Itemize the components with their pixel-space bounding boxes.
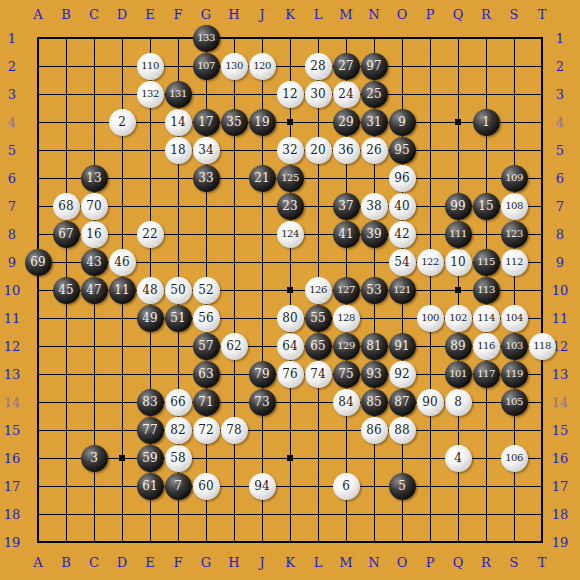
stone-white-16-C8[interactable]: 16 — [81, 221, 108, 248]
move-number: 76 — [282, 368, 297, 380]
move-number: 90 — [422, 396, 437, 408]
move-number: 75 — [338, 368, 353, 380]
stone-black-81-N12[interactable]: 81 — [361, 333, 388, 360]
stone-black-87-O14[interactable]: 87 — [389, 389, 416, 416]
move-number: 63 — [198, 368, 213, 380]
stone-white-56-G11[interactable]: 56 — [193, 305, 220, 332]
star-point-K4 — [287, 119, 294, 126]
stone-black-101-Q13[interactable]: 101 — [445, 361, 472, 388]
stone-white-12-K3[interactable]: 12 — [277, 81, 304, 108]
stone-black-21-J6[interactable]: 21 — [249, 165, 276, 192]
move-number: 33 — [198, 172, 213, 184]
stone-black-125-K6[interactable]: 125 — [277, 165, 304, 192]
row-label-10: 10 — [1, 276, 23, 304]
move-number: 14 — [170, 116, 185, 128]
move-number: 113 — [477, 285, 495, 295]
stone-white-96-O6[interactable]: 96 — [389, 165, 416, 192]
star-point-D16 — [119, 455, 126, 462]
col-label-Q: Q — [444, 4, 472, 24]
move-number: 22 — [142, 228, 157, 240]
move-number: 114 — [477, 313, 495, 323]
go-board-diagram: ABCDEFGHJKLMNOPQRST ABCDEFGHJKLMNOPQRST … — [0, 0, 580, 580]
stone-white-80-K11[interactable]: 80 — [277, 305, 304, 332]
move-number: 48 — [142, 284, 157, 296]
move-number: 41 — [338, 228, 353, 240]
move-number: 25 — [366, 88, 381, 100]
move-number: 55 — [310, 312, 325, 324]
stone-black-83-E14[interactable]: 83 — [137, 389, 164, 416]
stone-black-129-M12[interactable]: 129 — [333, 333, 360, 360]
move-number: 62 — [226, 340, 241, 352]
move-number: 27 — [338, 60, 353, 72]
move-number: 96 — [394, 172, 409, 184]
stone-black-61-E17[interactable]: 61 — [137, 473, 164, 500]
stone-black-59-E16[interactable]: 59 — [137, 445, 164, 472]
stone-white-100-P11[interactable]: 100 — [417, 305, 444, 332]
col-label-O: O — [388, 4, 416, 24]
move-number: 11 — [114, 284, 129, 296]
move-number: 52 — [198, 284, 213, 296]
row-label-12: 12 — [1, 332, 23, 360]
stone-black-131-F3[interactable]: 131 — [165, 81, 192, 108]
move-number: 38 — [366, 200, 381, 212]
stone-black-43-C9[interactable]: 43 — [81, 249, 108, 276]
move-number: 101 — [449, 369, 467, 379]
move-number: 16 — [86, 228, 101, 240]
move-number: 66 — [170, 396, 185, 408]
move-number: 10 — [450, 256, 465, 268]
stone-black-13-C6[interactable]: 13 — [81, 165, 108, 192]
stone-black-41-M8[interactable]: 41 — [333, 221, 360, 248]
move-number: 8 — [454, 396, 462, 408]
stone-black-29-M4[interactable]: 29 — [333, 109, 360, 136]
stone-black-99-Q7[interactable]: 99 — [445, 193, 472, 220]
stone-black-49-E11[interactable]: 49 — [137, 305, 164, 332]
move-number: 117 — [477, 369, 495, 379]
stone-white-126-L10[interactable]: 126 — [305, 277, 332, 304]
row-label-19: 19 — [1, 528, 23, 556]
stone-black-95-O5[interactable]: 95 — [389, 137, 416, 164]
move-number: 23 — [282, 200, 297, 212]
move-number: 21 — [254, 172, 269, 184]
move-number: 13 — [86, 172, 101, 184]
stone-black-53-N10[interactable]: 53 — [361, 277, 388, 304]
move-number: 104 — [505, 313, 523, 323]
row-label-1: 1 — [1, 24, 23, 52]
move-number: 86 — [366, 424, 381, 436]
row-label-14: 14 — [1, 388, 23, 416]
star-point-Q4 — [455, 119, 462, 126]
move-number: 131 — [169, 89, 187, 99]
move-number: 72 — [198, 424, 213, 436]
stone-black-65-L12[interactable]: 65 — [305, 333, 332, 360]
stone-black-109-S6[interactable]: 109 — [501, 165, 528, 192]
stone-white-130-H2[interactable]: 130 — [221, 53, 248, 80]
move-number: 95 — [394, 144, 409, 156]
move-number: 18 — [170, 144, 185, 156]
stone-black-121-O10[interactable]: 121 — [389, 277, 416, 304]
star-point-Q10 — [455, 287, 462, 294]
stone-white-30-L3[interactable]: 30 — [305, 81, 332, 108]
stone-black-113-R10[interactable]: 113 — [473, 277, 500, 304]
stone-white-42-O8[interactable]: 42 — [389, 221, 416, 248]
move-number: 118 — [533, 341, 551, 351]
move-number: 132 — [141, 89, 159, 99]
stone-white-84-M14[interactable]: 84 — [333, 389, 360, 416]
stone-white-72-G15[interactable]: 72 — [193, 417, 220, 444]
move-number: 129 — [337, 341, 355, 351]
stone-white-28-L2[interactable]: 28 — [305, 53, 332, 80]
stone-white-106-S16[interactable]: 106 — [501, 445, 528, 472]
move-number: 5 — [398, 480, 406, 492]
stone-white-34-G5[interactable]: 34 — [193, 137, 220, 164]
row-labels-left: 12345678910111213141516171819 — [1, 24, 23, 556]
move-number: 79 — [254, 368, 269, 380]
stone-white-66-F14[interactable]: 66 — [165, 389, 192, 416]
row-label-13: 13 — [1, 360, 23, 388]
col-label-H: H — [220, 4, 248, 24]
stone-black-97-N2[interactable]: 97 — [361, 53, 388, 80]
move-number: 6 — [342, 480, 350, 492]
stone-black-1-R4[interactable]: 1 — [473, 109, 500, 136]
move-number: 70 — [86, 200, 101, 212]
col-label-C: C — [80, 4, 108, 24]
move-number: 110 — [141, 61, 159, 71]
move-number: 1 — [482, 116, 490, 128]
stone-black-23-K7[interactable]: 23 — [277, 193, 304, 220]
row-label-16: 16 — [1, 444, 23, 472]
move-number: 125 — [281, 173, 299, 183]
move-number: 40 — [394, 200, 409, 212]
stone-black-55-L11[interactable]: 55 — [305, 305, 332, 332]
stone-white-20-L5[interactable]: 20 — [305, 137, 332, 164]
col-label-K: K — [276, 4, 304, 24]
column-labels-top: ABCDEFGHJKLMNOPQRST — [24, 4, 556, 24]
move-number: 128 — [337, 313, 355, 323]
move-number: 124 — [281, 229, 299, 239]
stone-white-4-Q16[interactable]: 4 — [445, 445, 472, 472]
stone-white-116-R12[interactable]: 116 — [473, 333, 500, 360]
move-number: 68 — [58, 200, 73, 212]
stone-black-39-N8[interactable]: 39 — [361, 221, 388, 248]
move-number: 47 — [86, 284, 101, 296]
stone-black-17-G4[interactable]: 17 — [193, 109, 220, 136]
stone-white-32-K5[interactable]: 32 — [277, 137, 304, 164]
stone-white-58-F16[interactable]: 58 — [165, 445, 192, 472]
move-number: 120 — [253, 61, 271, 71]
stone-black-91-O12[interactable]: 91 — [389, 333, 416, 360]
stone-black-31-N4[interactable]: 31 — [361, 109, 388, 136]
move-number: 28 — [310, 60, 325, 72]
move-number: 80 — [282, 312, 297, 324]
stone-white-122-P9[interactable]: 122 — [417, 249, 444, 276]
row-label-3: 3 — [1, 80, 23, 108]
stone-white-64-K12[interactable]: 64 — [277, 333, 304, 360]
move-number: 119 — [505, 369, 523, 379]
move-number: 116 — [477, 341, 495, 351]
stone-black-123-S8[interactable]: 123 — [501, 221, 528, 248]
stone-black-45-B10[interactable]: 45 — [53, 277, 80, 304]
stone-black-11-D10[interactable]: 11 — [109, 277, 136, 304]
move-number: 4 — [454, 452, 462, 464]
stone-black-107-G2[interactable]: 107 — [193, 53, 220, 80]
move-number: 56 — [198, 312, 213, 324]
stone-black-5-O17[interactable]: 5 — [389, 473, 416, 500]
move-number: 77 — [142, 424, 157, 436]
col-label-J: J — [248, 4, 276, 24]
move-number: 24 — [338, 88, 353, 100]
stone-white-8-Q14[interactable]: 8 — [445, 389, 472, 416]
move-number: 99 — [450, 200, 465, 212]
stone-black-111-Q8[interactable]: 111 — [445, 221, 472, 248]
stone-white-132-E3[interactable]: 132 — [137, 81, 164, 108]
move-number: 97 — [366, 60, 381, 72]
stone-black-69-A9[interactable]: 69 — [25, 249, 52, 276]
col-label-D: D — [108, 4, 136, 24]
move-number: 73 — [254, 396, 269, 408]
stone-black-103-S12[interactable]: 103 — [501, 333, 528, 360]
move-number: 111 — [449, 229, 467, 239]
stone-white-26-N5[interactable]: 26 — [361, 137, 388, 164]
move-number: 32 — [282, 144, 297, 156]
move-number: 3 — [90, 452, 98, 464]
move-number: 57 — [198, 340, 213, 352]
move-number: 58 — [170, 452, 185, 464]
row-label-8: 8 — [1, 220, 23, 248]
move-number: 115 — [477, 257, 495, 267]
move-number: 88 — [394, 424, 409, 436]
stone-white-94-J17[interactable]: 94 — [249, 473, 276, 500]
move-number: 19 — [254, 116, 269, 128]
stone-black-77-E15[interactable]: 77 — [137, 417, 164, 444]
move-number: 92 — [394, 368, 409, 380]
stone-white-102-Q11[interactable]: 102 — [445, 305, 472, 332]
stone-white-114-R11[interactable]: 114 — [473, 305, 500, 332]
move-number: 60 — [198, 480, 213, 492]
stone-white-38-N7[interactable]: 38 — [361, 193, 388, 220]
move-number: 9 — [398, 116, 406, 128]
move-number: 17 — [198, 116, 213, 128]
stone-white-14-F4[interactable]: 14 — [165, 109, 192, 136]
move-number: 130 — [225, 61, 243, 71]
stone-white-68-B7[interactable]: 68 — [53, 193, 80, 220]
stone-black-15-R7[interactable]: 15 — [473, 193, 500, 220]
move-number: 108 — [505, 201, 523, 211]
move-number: 7 — [174, 480, 182, 492]
stone-white-120-J2[interactable]: 120 — [249, 53, 276, 80]
stone-black-79-J13[interactable]: 79 — [249, 361, 276, 388]
col-label-L: L — [304, 4, 332, 24]
move-number: 85 — [366, 396, 381, 408]
stone-white-128-M11[interactable]: 128 — [333, 305, 360, 332]
move-number: 87 — [394, 396, 409, 408]
row-label-9: 9 — [1, 248, 23, 276]
move-number: 126 — [309, 285, 327, 295]
stone-black-33-G6[interactable]: 33 — [193, 165, 220, 192]
move-number: 133 — [197, 33, 215, 43]
stone-white-10-Q9[interactable]: 10 — [445, 249, 472, 276]
stone-black-25-N3[interactable]: 25 — [361, 81, 388, 108]
move-number: 36 — [338, 144, 353, 156]
stone-white-86-N15[interactable]: 86 — [361, 417, 388, 444]
move-number: 2 — [118, 116, 126, 128]
stone-white-78-H15[interactable]: 78 — [221, 417, 248, 444]
stone-white-24-M3[interactable]: 24 — [333, 81, 360, 108]
move-number: 61 — [142, 480, 157, 492]
move-number: 51 — [170, 312, 185, 324]
move-number: 103 — [505, 341, 523, 351]
stone-black-7-F17[interactable]: 7 — [165, 473, 192, 500]
move-number: 122 — [421, 257, 439, 267]
move-number: 78 — [226, 424, 241, 436]
move-number: 30 — [310, 88, 325, 100]
row-label-7: 7 — [1, 192, 23, 220]
move-number: 67 — [58, 228, 73, 240]
move-number: 109 — [505, 173, 523, 183]
move-number: 31 — [366, 116, 381, 128]
move-number: 34 — [198, 144, 213, 156]
stone-white-40-O7[interactable]: 40 — [389, 193, 416, 220]
stone-white-110-E2[interactable]: 110 — [137, 53, 164, 80]
stone-black-71-G14[interactable]: 71 — [193, 389, 220, 416]
move-number: 82 — [170, 424, 185, 436]
star-point-K16 — [287, 455, 294, 462]
move-number: 105 — [505, 397, 523, 407]
move-number: 89 — [450, 340, 465, 352]
stone-white-124-K8[interactable]: 124 — [277, 221, 304, 248]
move-number: 42 — [394, 228, 409, 240]
move-number: 49 — [142, 312, 157, 324]
stone-black-75-M13[interactable]: 75 — [333, 361, 360, 388]
move-number: 65 — [310, 340, 325, 352]
col-label-P: P — [416, 4, 444, 24]
row-label-11: 11 — [1, 304, 23, 332]
move-number: 112 — [505, 257, 523, 267]
stone-black-19-J4[interactable]: 19 — [249, 109, 276, 136]
stone-black-37-M7[interactable]: 37 — [333, 193, 360, 220]
stone-white-18-F5[interactable]: 18 — [165, 137, 192, 164]
move-number: 69 — [30, 256, 45, 268]
stone-black-85-N14[interactable]: 85 — [361, 389, 388, 416]
stone-black-115-R9[interactable]: 115 — [473, 249, 500, 276]
row-label-2: 2 — [1, 52, 23, 80]
stone-white-50-F10[interactable]: 50 — [165, 277, 192, 304]
move-number: 35 — [226, 116, 241, 128]
stone-white-74-L13[interactable]: 74 — [305, 361, 332, 388]
col-label-R: R — [472, 4, 500, 24]
move-number: 123 — [505, 229, 523, 239]
col-label-F: F — [164, 4, 192, 24]
stone-white-22-E8[interactable]: 22 — [137, 221, 164, 248]
goban[interactable]: 1234567891011121314151617181920212223242… — [24, 24, 556, 556]
stone-white-92-O13[interactable]: 92 — [389, 361, 416, 388]
col-label-N: N — [360, 4, 388, 24]
row-label-15: 15 — [1, 416, 23, 444]
stone-black-27-M2[interactable]: 27 — [333, 53, 360, 80]
move-number: 83 — [142, 396, 157, 408]
stone-white-90-P14[interactable]: 90 — [417, 389, 444, 416]
stone-black-47-C10[interactable]: 47 — [81, 277, 108, 304]
move-number: 53 — [366, 284, 381, 296]
stone-black-89-Q12[interactable]: 89 — [445, 333, 472, 360]
move-number: 106 — [505, 453, 523, 463]
stone-white-48-E10[interactable]: 48 — [137, 277, 164, 304]
stone-black-67-B8[interactable]: 67 — [53, 221, 80, 248]
move-number: 37 — [338, 200, 353, 212]
move-number: 91 — [394, 340, 409, 352]
stone-white-60-G17[interactable]: 60 — [193, 473, 220, 500]
stone-white-54-O9[interactable]: 54 — [389, 249, 416, 276]
move-number: 102 — [449, 313, 467, 323]
stone-white-104-S11[interactable]: 104 — [501, 305, 528, 332]
stone-white-46-D9[interactable]: 46 — [109, 249, 136, 276]
stone-white-112-S9[interactable]: 112 — [501, 249, 528, 276]
stone-white-108-S7[interactable]: 108 — [501, 193, 528, 220]
row-label-17: 17 — [1, 472, 23, 500]
stone-white-52-G10[interactable]: 52 — [193, 277, 220, 304]
stone-white-88-O15[interactable]: 88 — [389, 417, 416, 444]
move-number: 54 — [394, 256, 409, 268]
stone-black-63-G13[interactable]: 63 — [193, 361, 220, 388]
row-label-5: 5 — [1, 136, 23, 164]
move-number: 12 — [282, 88, 297, 100]
stone-white-36-M5[interactable]: 36 — [333, 137, 360, 164]
stone-black-51-F11[interactable]: 51 — [165, 305, 192, 332]
move-number: 39 — [366, 228, 381, 240]
col-label-A: A — [24, 4, 52, 24]
star-point-K10 — [287, 287, 294, 294]
move-number: 127 — [337, 285, 355, 295]
stone-black-57-G12[interactable]: 57 — [193, 333, 220, 360]
col-label-T: T — [528, 4, 556, 24]
stone-black-119-S13[interactable]: 119 — [501, 361, 528, 388]
move-number: 93 — [366, 368, 381, 380]
move-number: 20 — [310, 144, 325, 156]
move-number: 43 — [86, 256, 101, 268]
stone-white-82-F15[interactable]: 82 — [165, 417, 192, 444]
stone-white-76-K13[interactable]: 76 — [277, 361, 304, 388]
move-number: 45 — [58, 284, 73, 296]
move-number: 121 — [393, 285, 411, 295]
stone-black-133-G1[interactable]: 133 — [193, 25, 220, 52]
stone-black-3-C16[interactable]: 3 — [81, 445, 108, 472]
stone-black-35-H4[interactable]: 35 — [221, 109, 248, 136]
move-number: 29 — [338, 116, 353, 128]
stone-black-93-N13[interactable]: 93 — [361, 361, 388, 388]
move-number: 94 — [254, 480, 269, 492]
stone-black-105-S14[interactable]: 105 — [501, 389, 528, 416]
col-label-G: G — [192, 4, 220, 24]
move-number: 84 — [338, 396, 353, 408]
stone-black-117-R13[interactable]: 117 — [473, 361, 500, 388]
move-number: 15 — [478, 200, 493, 212]
stone-black-73-J14[interactable]: 73 — [249, 389, 276, 416]
stone-white-70-C7[interactable]: 70 — [81, 193, 108, 220]
row-label-4: 4 — [1, 108, 23, 136]
row-label-18: 18 — [1, 500, 23, 528]
stone-white-118-T12[interactable]: 118 — [529, 333, 556, 360]
move-number: 26 — [366, 144, 381, 156]
stone-black-9-O4[interactable]: 9 — [389, 109, 416, 136]
stone-white-2-D4[interactable]: 2 — [109, 109, 136, 136]
move-number: 46 — [114, 256, 129, 268]
stone-white-62-H12[interactable]: 62 — [221, 333, 248, 360]
move-number: 50 — [170, 284, 185, 296]
stone-white-6-M17[interactable]: 6 — [333, 473, 360, 500]
stone-black-127-M10[interactable]: 127 — [333, 277, 360, 304]
move-number: 81 — [366, 340, 381, 352]
row-label-6: 6 — [1, 164, 23, 192]
